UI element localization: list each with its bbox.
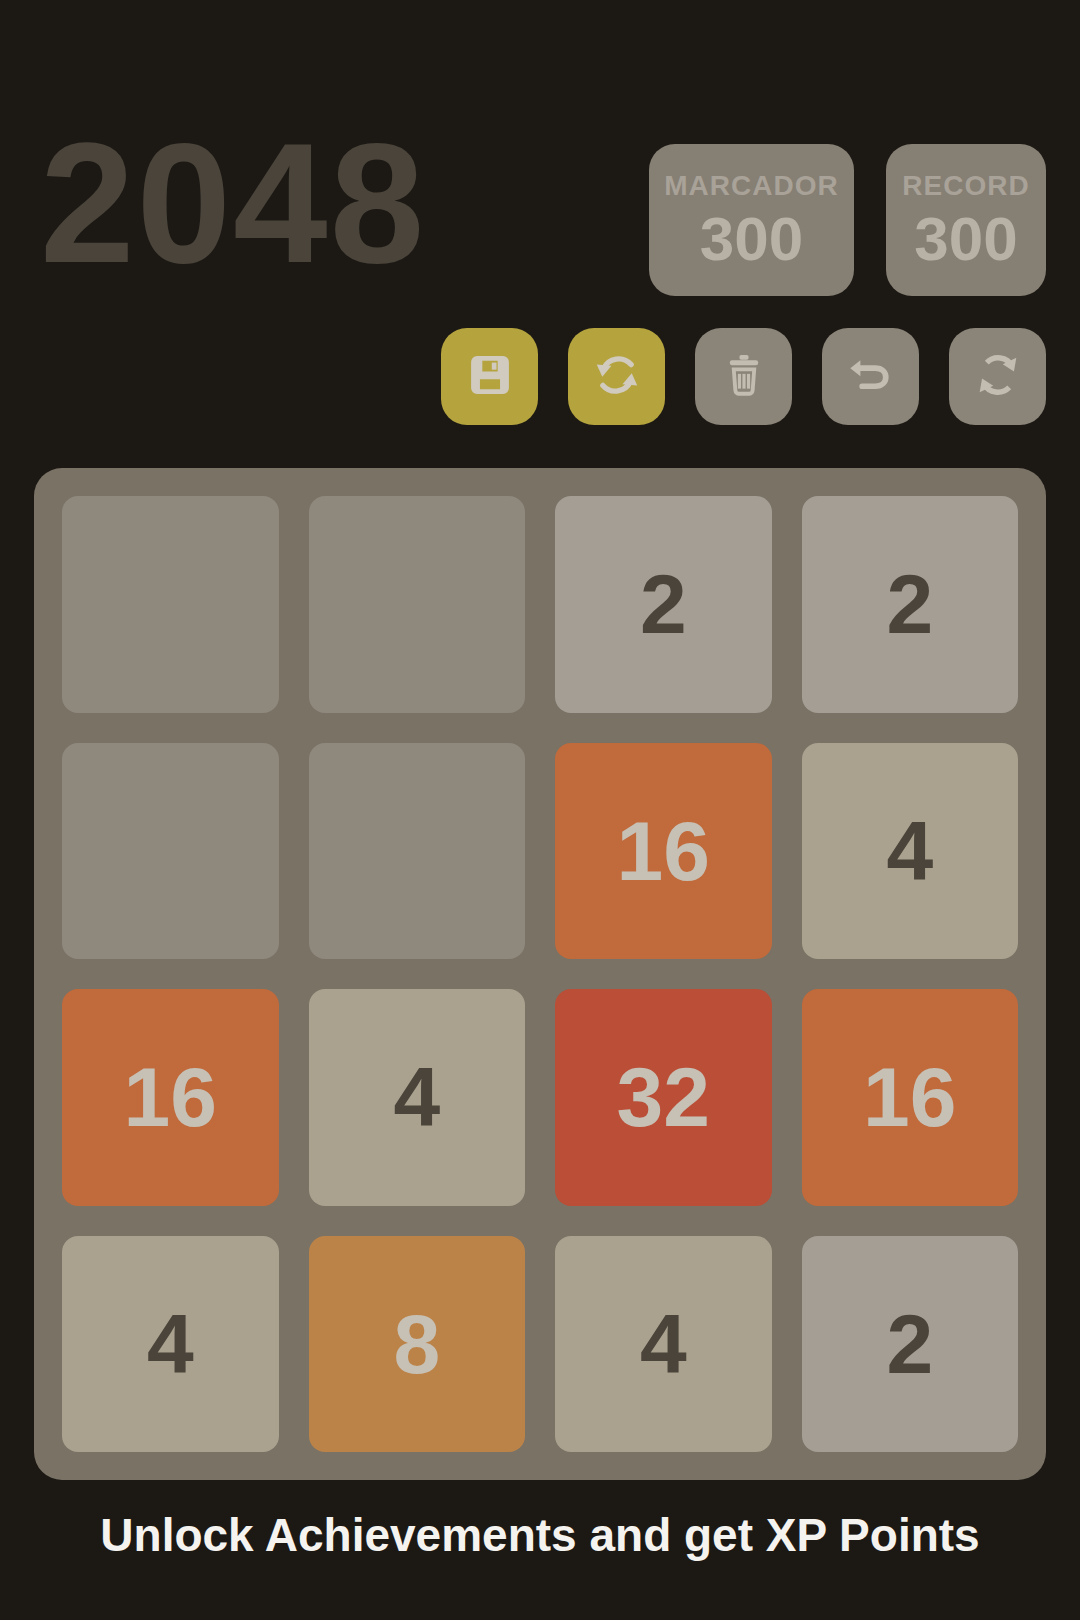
- record-value: 300: [914, 208, 1017, 270]
- tile-16: 16: [555, 743, 772, 960]
- tile-4: 4: [555, 1236, 772, 1453]
- tile-16: 16: [62, 989, 279, 1206]
- sync-arrows-icon: [590, 348, 644, 405]
- empty-cell: [62, 496, 279, 713]
- tile-8: 8: [309, 1236, 526, 1453]
- tile-2: 2: [802, 1236, 1019, 1453]
- save-button[interactable]: [441, 328, 538, 425]
- trash-icon: [719, 350, 769, 403]
- tile-4: 4: [309, 989, 526, 1206]
- tile-4: 4: [62, 1236, 279, 1453]
- floppy-disk-icon: [464, 349, 516, 404]
- clear-button[interactable]: [695, 328, 792, 425]
- tile-4: 4: [802, 743, 1019, 960]
- tile-2: 2: [555, 496, 772, 713]
- score-panel: MARCADOR 300 RECORD 300: [649, 144, 1046, 296]
- undo-arrow-icon: [845, 349, 897, 404]
- record-label: RECORD: [902, 170, 1029, 202]
- undo-button[interactable]: [822, 328, 919, 425]
- empty-cell: [62, 743, 279, 960]
- board[interactable]: 2216416432164842: [34, 468, 1046, 1480]
- score-label: MARCADOR: [664, 170, 838, 202]
- score-value: 300: [700, 208, 803, 270]
- toolbar: [441, 328, 1046, 425]
- tile-2: 2: [802, 496, 1019, 713]
- tile-16: 16: [802, 989, 1019, 1206]
- refresh-arrows-icon: [972, 349, 1024, 404]
- tile-32: 32: [555, 989, 772, 1206]
- restart-button[interactable]: [949, 328, 1046, 425]
- score-box-record: RECORD 300: [886, 144, 1046, 296]
- score-box-marcador: MARCADOR 300: [649, 144, 854, 296]
- xp-banner[interactable]: Unlock Achievements and get XP Points: [0, 1508, 1080, 1562]
- empty-cell: [309, 496, 526, 713]
- page-title: 2048: [40, 118, 426, 288]
- app-2048: 2048 MARCADOR 300 RECORD 300: [0, 0, 1080, 1620]
- sync-button[interactable]: [568, 328, 665, 425]
- empty-cell: [309, 743, 526, 960]
